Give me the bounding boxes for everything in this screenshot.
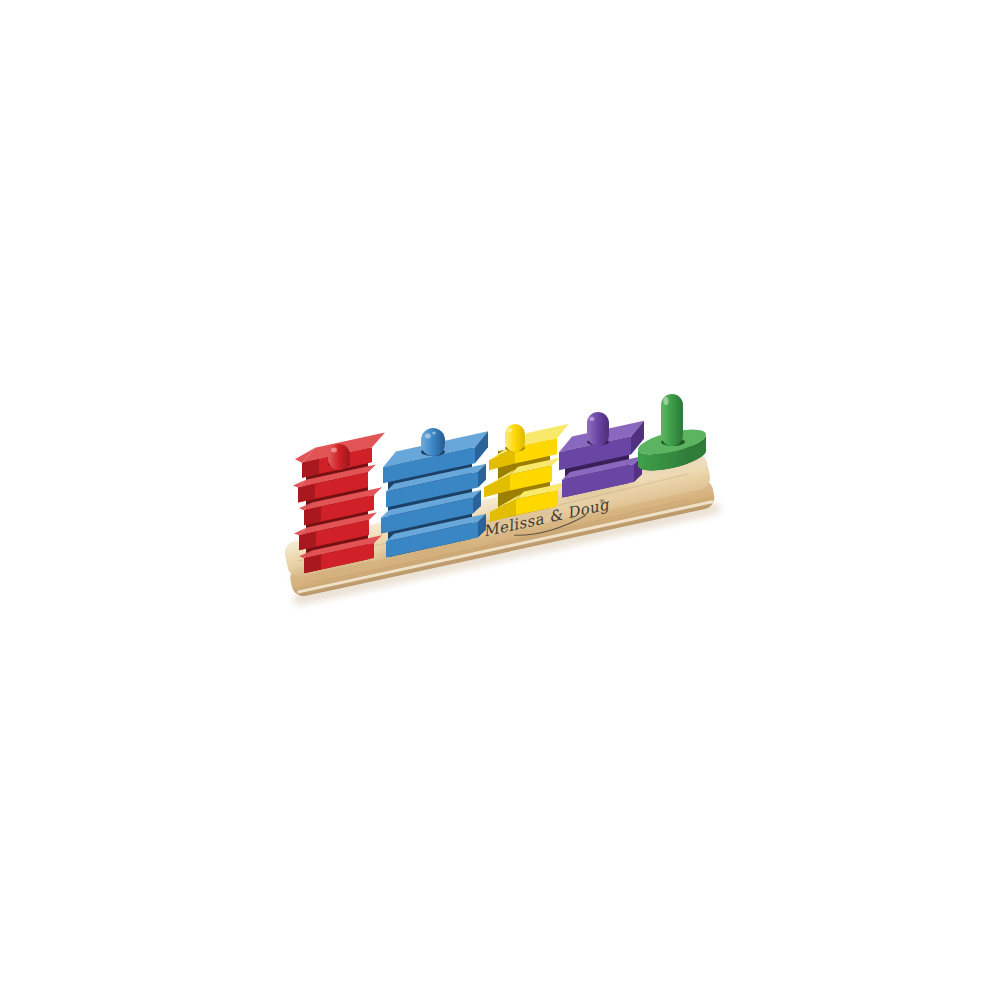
product-photo: Melissa & Doug ® xyxy=(0,0,990,990)
stack-and-sort-board-image: Melissa & Doug ® xyxy=(0,0,990,990)
blue-peg xyxy=(421,428,445,456)
purple-peg xyxy=(587,412,609,446)
yellow-peg xyxy=(505,424,525,452)
green-peg xyxy=(661,394,685,446)
red-peg xyxy=(328,444,350,470)
